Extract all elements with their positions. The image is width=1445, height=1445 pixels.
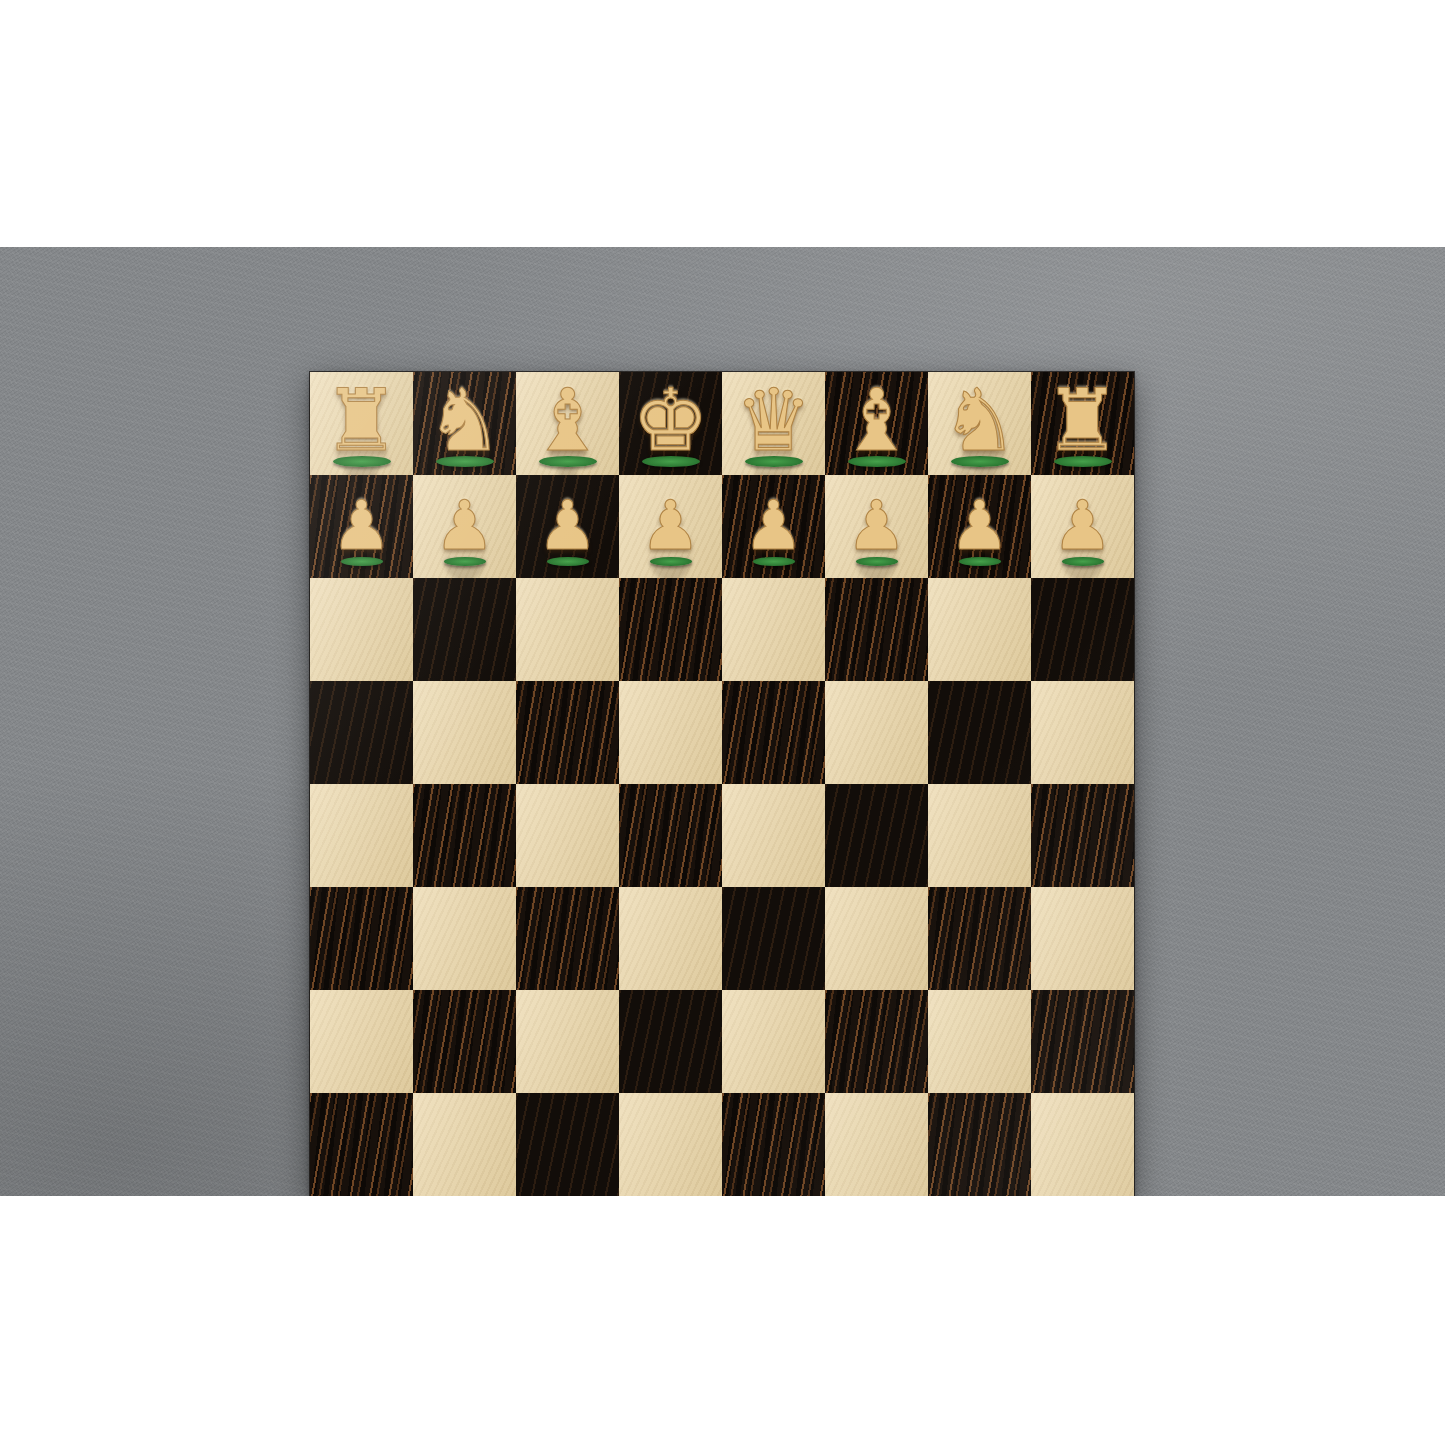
square-f8 [516, 1093, 619, 1196]
square-a7 [1031, 990, 1134, 1093]
square-c2: ♟♟ [825, 475, 928, 578]
square-g4 [413, 681, 516, 784]
square-g3 [413, 578, 516, 681]
square-e7 [619, 990, 722, 1093]
square-h7 [310, 990, 413, 1093]
square-c5 [825, 784, 928, 887]
square-h3 [310, 578, 413, 681]
square-e1: ♚♚ [619, 372, 722, 475]
square-a2: ♟♟ [1031, 475, 1134, 578]
square-f1: ♝♝ [516, 372, 619, 475]
product-photo-canvas: ♜♜♞♞♝♝♚♚♛♛♝♝♞♞♜♜♟♟♟♟♟♟♟♟♟♟♟♟♟♟♟♟ [0, 0, 1445, 1445]
top-white-margin [0, 0, 1445, 247]
square-d2: ♟♟ [722, 475, 825, 578]
square-d7 [722, 990, 825, 1093]
square-a8 [1031, 1093, 1134, 1196]
square-f7 [516, 990, 619, 1093]
square-d5 [722, 784, 825, 887]
square-f3 [516, 578, 619, 681]
piece-white-rook: ♜ [1044, 377, 1121, 463]
piece-white-pawn: ♟ [434, 492, 495, 560]
piece-white-pawn: ♟ [846, 492, 907, 560]
photo-area: ♜♜♞♞♝♝♚♚♛♛♝♝♞♞♜♜♟♟♟♟♟♟♟♟♟♟♟♟♟♟♟♟ [0, 247, 1445, 1196]
piece-white-queen: ♛ [735, 377, 812, 463]
piece-white-pawn: ♟ [1052, 492, 1113, 560]
square-b2: ♟♟ [928, 475, 1031, 578]
square-b7 [928, 990, 1031, 1093]
piece-white-king: ♚ [632, 377, 709, 463]
square-f6 [516, 887, 619, 990]
square-g5 [413, 784, 516, 887]
square-b4 [928, 681, 1031, 784]
piece-white-pawn: ♟ [640, 492, 701, 560]
square-e3 [619, 578, 722, 681]
piece-white-rook: ♜ [323, 377, 400, 463]
square-g8 [413, 1093, 516, 1196]
square-b5 [928, 784, 1031, 887]
chess-board: ♜♜♞♞♝♝♚♚♛♛♝♝♞♞♜♜♟♟♟♟♟♟♟♟♟♟♟♟♟♟♟♟ [310, 372, 1134, 1196]
square-b6 [928, 887, 1031, 990]
square-c6 [825, 887, 928, 990]
square-e6 [619, 887, 722, 990]
piece-white-bishop: ♝ [838, 377, 915, 463]
square-d3 [722, 578, 825, 681]
square-d1: ♛♛ [722, 372, 825, 475]
square-e4 [619, 681, 722, 784]
piece-white-bishop: ♝ [529, 377, 606, 463]
square-c7 [825, 990, 928, 1093]
square-f4 [516, 681, 619, 784]
square-g2: ♟♟ [413, 475, 516, 578]
bottom-white-margin [0, 1196, 1445, 1445]
square-b3 [928, 578, 1031, 681]
square-c1: ♝♝ [825, 372, 928, 475]
square-g7 [413, 990, 516, 1093]
square-d8 [722, 1093, 825, 1196]
square-a3 [1031, 578, 1134, 681]
square-a5 [1031, 784, 1134, 887]
square-e2: ♟♟ [619, 475, 722, 578]
square-h4 [310, 681, 413, 784]
square-a1: ♜♜ [1031, 372, 1134, 475]
square-d4 [722, 681, 825, 784]
square-e8 [619, 1093, 722, 1196]
square-f2: ♟♟ [516, 475, 619, 578]
square-c3 [825, 578, 928, 681]
square-h6 [310, 887, 413, 990]
piece-white-knight: ♞ [941, 377, 1018, 463]
square-a6 [1031, 887, 1134, 990]
piece-white-pawn: ♟ [331, 492, 392, 560]
square-a4 [1031, 681, 1134, 784]
piece-white-knight: ♞ [426, 377, 503, 463]
square-e5 [619, 784, 722, 887]
piece-white-pawn: ♟ [949, 492, 1010, 560]
piece-white-pawn: ♟ [743, 492, 804, 560]
square-b8 [928, 1093, 1031, 1196]
square-h5 [310, 784, 413, 887]
square-h8 [310, 1093, 413, 1196]
square-h2: ♟♟ [310, 475, 413, 578]
square-d6 [722, 887, 825, 990]
piece-white-pawn: ♟ [537, 492, 598, 560]
square-f5 [516, 784, 619, 887]
square-c4 [825, 681, 928, 784]
square-g6 [413, 887, 516, 990]
square-g1: ♞♞ [413, 372, 516, 475]
square-c8 [825, 1093, 928, 1196]
square-h1: ♜♜ [310, 372, 413, 475]
square-b1: ♞♞ [928, 372, 1031, 475]
